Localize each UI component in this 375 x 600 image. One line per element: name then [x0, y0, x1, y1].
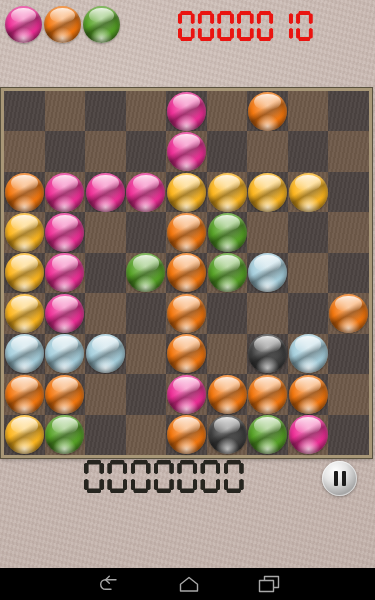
- ball-orange[interactable]: [167, 415, 206, 454]
- ball-black[interactable]: [208, 415, 247, 454]
- pause-icon: [342, 471, 346, 486]
- cell-0-0[interactable]: [4, 91, 45, 131]
- ball-orange[interactable]: [5, 173, 44, 212]
- ball-orange[interactable]: [248, 92, 287, 131]
- cell-3-6[interactable]: [247, 212, 288, 252]
- digit-0: [131, 460, 151, 493]
- cell-5-2[interactable]: [85, 293, 126, 333]
- cell-4-2[interactable]: [85, 253, 126, 293]
- cell-8-8[interactable]: [328, 415, 369, 455]
- ball-orange[interactable]: [167, 294, 206, 333]
- ball-pink[interactable]: [45, 213, 84, 252]
- cell-0-1[interactable]: [45, 91, 86, 131]
- ball-yellow[interactable]: [289, 173, 328, 212]
- ball-green[interactable]: [208, 213, 247, 252]
- cell-6-4[interactable]: [166, 334, 207, 374]
- digit-1: [276, 11, 293, 41]
- cell-5-7[interactable]: [288, 293, 329, 333]
- bottom-score-display: [84, 460, 247, 493]
- cell-7-2[interactable]: [85, 374, 126, 414]
- cell-0-3[interactable]: [126, 91, 167, 131]
- cell-3-0[interactable]: [4, 212, 45, 252]
- ball-orange[interactable]: [248, 375, 287, 414]
- cell-7-6[interactable]: [247, 374, 288, 414]
- game-screen: [0, 0, 375, 600]
- digit-0: [257, 11, 274, 41]
- ball-orange: [44, 6, 81, 43]
- digit-0: [237, 11, 254, 41]
- cell-1-0[interactable]: [4, 131, 45, 171]
- ball-yellow[interactable]: [5, 415, 44, 454]
- ball-orange[interactable]: [5, 375, 44, 414]
- ball-yellow[interactable]: [5, 253, 44, 292]
- cell-3-8[interactable]: [328, 212, 369, 252]
- cell-6-2[interactable]: [85, 334, 126, 374]
- cell-0-8[interactable]: [328, 91, 369, 131]
- cell-5-8[interactable]: [328, 293, 369, 333]
- ball-orange[interactable]: [167, 213, 206, 252]
- ball-pink[interactable]: [126, 173, 165, 212]
- cell-0-2[interactable]: [85, 91, 126, 131]
- cell-3-5[interactable]: [207, 212, 248, 252]
- cell-8-4[interactable]: [166, 415, 207, 455]
- digit-0: [154, 460, 174, 493]
- cell-4-6[interactable]: [247, 253, 288, 293]
- ball-orange[interactable]: [167, 334, 206, 373]
- cell-3-1[interactable]: [45, 212, 86, 252]
- cell-4-0[interactable]: [4, 253, 45, 293]
- cell-7-8[interactable]: [328, 374, 369, 414]
- ball-green[interactable]: [126, 253, 165, 292]
- cell-6-3[interactable]: [126, 334, 167, 374]
- cell-1-1[interactable]: [45, 131, 86, 171]
- ball-yellow[interactable]: [5, 213, 44, 252]
- cell-4-1[interactable]: [45, 253, 86, 293]
- cell-0-6[interactable]: [247, 91, 288, 131]
- cell-1-7[interactable]: [288, 131, 329, 171]
- ball-green[interactable]: [248, 415, 287, 454]
- pause-button[interactable]: [322, 461, 357, 496]
- ball-green: [83, 6, 120, 43]
- cell-5-4[interactable]: [166, 293, 207, 333]
- game-board: [1, 88, 372, 458]
- ball-orange[interactable]: [289, 375, 328, 414]
- digit-0: [178, 11, 195, 41]
- ball-pink[interactable]: [45, 253, 84, 292]
- cell-0-4[interactable]: [166, 91, 207, 131]
- cell-2-4[interactable]: [166, 172, 207, 212]
- cell-3-2[interactable]: [85, 212, 126, 252]
- cell-1-8[interactable]: [328, 131, 369, 171]
- cell-5-3[interactable]: [126, 293, 167, 333]
- ball-pink[interactable]: [289, 415, 328, 454]
- ball-orange[interactable]: [208, 375, 247, 414]
- digit-0: [296, 11, 313, 41]
- cell-4-8[interactable]: [328, 253, 369, 293]
- next-balls-preview: [5, 6, 120, 43]
- cell-6-6[interactable]: [247, 334, 288, 374]
- ball-blue[interactable]: [86, 334, 125, 373]
- cell-0-7[interactable]: [288, 91, 329, 131]
- cell-7-7[interactable]: [288, 374, 329, 414]
- digit-0: [107, 460, 127, 493]
- cell-2-5[interactable]: [207, 172, 248, 212]
- cell-3-7[interactable]: [288, 212, 329, 252]
- ball-yellow[interactable]: [167, 173, 206, 212]
- digit-0: [217, 11, 234, 41]
- cell-6-0[interactable]: [4, 334, 45, 374]
- ball-blue[interactable]: [5, 334, 44, 373]
- cell-5-5[interactable]: [207, 293, 248, 333]
- cell-7-4[interactable]: [166, 374, 207, 414]
- cell-8-0[interactable]: [4, 415, 45, 455]
- cell-5-0[interactable]: [4, 293, 45, 333]
- ball-pink[interactable]: [167, 375, 206, 414]
- ball-green[interactable]: [208, 253, 247, 292]
- ball-yellow[interactable]: [248, 173, 287, 212]
- cell-2-6[interactable]: [247, 172, 288, 212]
- cell-4-7[interactable]: [288, 253, 329, 293]
- cell-2-2[interactable]: [85, 172, 126, 212]
- cell-1-4[interactable]: [166, 131, 207, 171]
- ball-blue[interactable]: [248, 253, 287, 292]
- ball-green[interactable]: [45, 415, 84, 454]
- cell-7-5[interactable]: [207, 374, 248, 414]
- digit-0: [200, 460, 220, 493]
- cell-2-1[interactable]: [45, 172, 86, 212]
- cell-4-3[interactable]: [126, 253, 167, 293]
- cell-1-3[interactable]: [126, 131, 167, 171]
- android-navbar: [0, 568, 375, 600]
- ball-orange[interactable]: [167, 253, 206, 292]
- ball-yellow[interactable]: [5, 294, 44, 333]
- cell-8-7[interactable]: [288, 415, 329, 455]
- cell-2-0[interactable]: [4, 172, 45, 212]
- ball-blue[interactable]: [45, 334, 84, 373]
- cell-1-5[interactable]: [207, 131, 248, 171]
- cell-8-5[interactable]: [207, 415, 248, 455]
- cell-7-3[interactable]: [126, 374, 167, 414]
- cell-2-3[interactable]: [126, 172, 167, 212]
- cell-7-0[interactable]: [4, 374, 45, 414]
- ball-pink[interactable]: [167, 92, 206, 131]
- cell-1-2[interactable]: [85, 131, 126, 171]
- recents-icon[interactable]: [257, 575, 281, 593]
- cell-6-8[interactable]: [328, 334, 369, 374]
- top-score-display: [178, 11, 316, 41]
- cell-3-4[interactable]: [166, 212, 207, 252]
- cell-8-1[interactable]: [45, 415, 86, 455]
- cell-1-6[interactable]: [247, 131, 288, 171]
- ball-orange[interactable]: [329, 294, 368, 333]
- digit-0: [224, 460, 244, 493]
- cell-8-2[interactable]: [85, 415, 126, 455]
- cell-7-1[interactable]: [45, 374, 86, 414]
- cell-5-1[interactable]: [45, 293, 86, 333]
- cell-2-8[interactable]: [328, 172, 369, 212]
- ball-pink: [5, 6, 42, 43]
- cell-6-1[interactable]: [45, 334, 86, 374]
- cell-4-5[interactable]: [207, 253, 248, 293]
- ball-orange[interactable]: [45, 375, 84, 414]
- ball-pink[interactable]: [167, 132, 206, 171]
- home-icon[interactable]: [177, 575, 201, 593]
- cell-0-5[interactable]: [207, 91, 248, 131]
- cell-3-3[interactable]: [126, 212, 167, 252]
- cell-5-6[interactable]: [247, 293, 288, 333]
- cell-4-4[interactable]: [166, 253, 207, 293]
- ball-pink[interactable]: [45, 173, 84, 212]
- cell-6-5[interactable]: [207, 334, 248, 374]
- digit-0: [177, 460, 197, 493]
- ball-pink[interactable]: [45, 294, 84, 333]
- digit-0: [84, 460, 104, 493]
- ball-black[interactable]: [248, 334, 287, 373]
- ball-blue[interactable]: [289, 334, 328, 373]
- pause-icon: [334, 471, 338, 486]
- cell-8-6[interactable]: [247, 415, 288, 455]
- back-icon[interactable]: [95, 575, 121, 593]
- ball-yellow[interactable]: [208, 173, 247, 212]
- digit-0: [198, 11, 215, 41]
- ball-pink[interactable]: [86, 173, 125, 212]
- cell-6-7[interactable]: [288, 334, 329, 374]
- cell-8-3[interactable]: [126, 415, 167, 455]
- cell-2-7[interactable]: [288, 172, 329, 212]
